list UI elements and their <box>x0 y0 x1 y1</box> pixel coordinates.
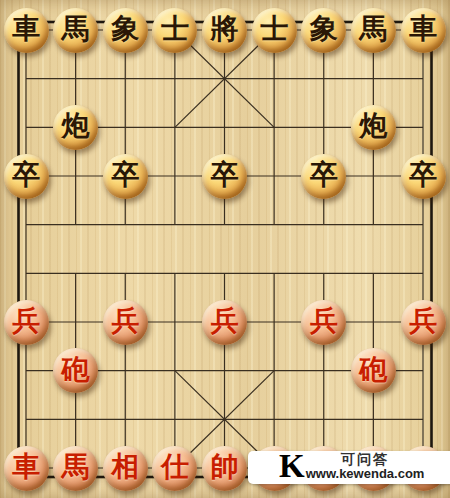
piece-glyph: 卒 <box>12 161 40 189</box>
piece-black-soldier[interactable]: 卒 <box>103 154 148 199</box>
piece-glyph: 象 <box>310 15 338 43</box>
piece-red-soldier[interactable]: 兵 <box>401 300 446 345</box>
piece-black-chariot[interactable]: 車 <box>401 8 446 53</box>
piece-black-general[interactable]: 將 <box>202 8 247 53</box>
piece-black-advisor[interactable]: 士 <box>152 8 197 53</box>
piece-glyph: 卒 <box>310 161 338 189</box>
piece-red-cannon[interactable]: 砲 <box>53 348 98 393</box>
piece-glyph: 馬 <box>62 15 90 43</box>
piece-glyph: 炮 <box>62 112 90 140</box>
piece-red-soldier[interactable]: 兵 <box>301 300 346 345</box>
piece-red-advisor[interactable]: 仕 <box>152 446 197 491</box>
piece-glyph: 炮 <box>359 112 387 140</box>
piece-glyph: 兵 <box>12 307 40 335</box>
piece-black-chariot[interactable]: 車 <box>4 8 49 53</box>
piece-glyph: 帥 <box>211 453 239 481</box>
piece-red-chariot[interactable]: 車 <box>4 446 49 491</box>
piece-black-soldier[interactable]: 卒 <box>401 154 446 199</box>
piece-black-elephant[interactable]: 象 <box>103 8 148 53</box>
watermark-text: 可问答 www.kewenda.com <box>306 452 425 480</box>
watermark-site-url: www.kewenda.com <box>306 467 425 481</box>
piece-black-horse[interactable]: 馬 <box>53 8 98 53</box>
piece-glyph: 士 <box>260 15 288 43</box>
piece-black-cannon[interactable]: 炮 <box>53 105 98 150</box>
piece-glyph: 砲 <box>62 356 90 384</box>
piece-glyph: 車 <box>409 15 437 43</box>
piece-black-cannon[interactable]: 炮 <box>351 105 396 150</box>
piece-black-soldier[interactable]: 卒 <box>4 154 49 199</box>
watermark-site-name: 可问答 <box>341 452 389 467</box>
piece-red-general[interactable]: 帥 <box>202 446 247 491</box>
piece-glyph: 車 <box>12 15 40 43</box>
piece-glyph: 馬 <box>359 15 387 43</box>
piece-glyph: 卒 <box>211 161 239 189</box>
piece-glyph: 馬 <box>62 453 90 481</box>
piece-red-soldier[interactable]: 兵 <box>4 300 49 345</box>
piece-glyph: 相 <box>111 453 139 481</box>
xiangqi-board[interactable]: 車馬象士將士象馬車炮炮卒卒卒卒卒兵兵兵兵兵砲砲車馬相仕帥仕相馬車 K 可问答 w… <box>0 0 450 498</box>
piece-black-advisor[interactable]: 士 <box>252 8 297 53</box>
piece-glyph: 車 <box>12 453 40 481</box>
kewenda-logo-icon: K <box>279 450 305 483</box>
piece-glyph: 砲 <box>359 356 387 384</box>
piece-black-soldier[interactable]: 卒 <box>301 154 346 199</box>
piece-glyph: 卒 <box>409 161 437 189</box>
watermark-badge: K 可问答 www.kewenda.com <box>248 451 450 484</box>
piece-red-elephant[interactable]: 相 <box>103 446 148 491</box>
piece-glyph: 兵 <box>310 307 338 335</box>
piece-black-elephant[interactable]: 象 <box>301 8 346 53</box>
piece-glyph: 士 <box>161 15 189 43</box>
piece-glyph: 兵 <box>211 307 239 335</box>
piece-glyph: 兵 <box>409 307 437 335</box>
piece-black-soldier[interactable]: 卒 <box>202 154 247 199</box>
piece-black-horse[interactable]: 馬 <box>351 8 396 53</box>
piece-glyph: 仕 <box>161 453 189 481</box>
piece-glyph: 兵 <box>111 307 139 335</box>
piece-red-soldier[interactable]: 兵 <box>103 300 148 345</box>
piece-glyph: 象 <box>111 15 139 43</box>
piece-glyph: 卒 <box>111 161 139 189</box>
piece-glyph: 將 <box>211 15 239 43</box>
board-grid <box>0 0 450 498</box>
piece-red-soldier[interactable]: 兵 <box>202 300 247 345</box>
piece-red-horse[interactable]: 馬 <box>53 446 98 491</box>
piece-red-cannon[interactable]: 砲 <box>351 348 396 393</box>
